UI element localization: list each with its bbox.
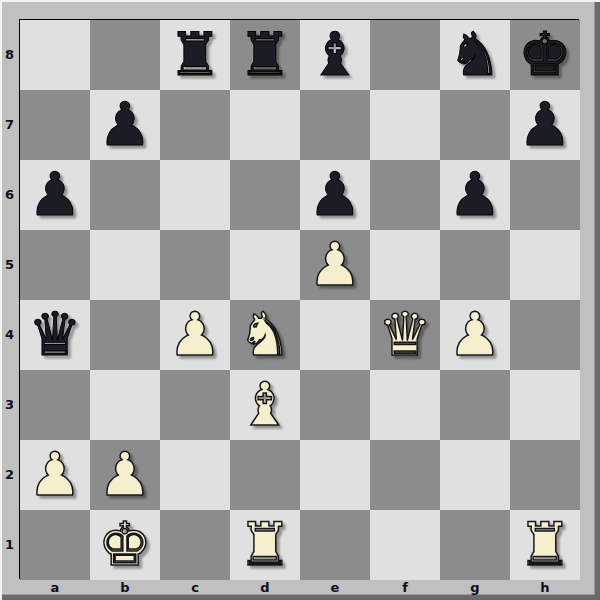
square-f8[interactable] (370, 20, 440, 90)
square-a1[interactable] (20, 510, 90, 580)
file-label-e: e (300, 580, 370, 596)
square-h5[interactable] (510, 230, 580, 300)
square-e6[interactable]: ♟ (300, 160, 370, 230)
file-label-g: g (440, 580, 510, 596)
square-g6[interactable]: ♟ (440, 160, 510, 230)
square-f6[interactable] (370, 160, 440, 230)
square-c1[interactable] (160, 510, 230, 580)
square-d7[interactable] (230, 90, 300, 160)
piece-black-rook-c8[interactable]: ♜ (160, 20, 230, 90)
piece-white-queen-f4[interactable]: ♛ (370, 300, 440, 370)
rank-labels: 87654321 (0, 20, 19, 580)
square-b5[interactable] (90, 230, 160, 300)
file-labels: abcdefgh (20, 580, 580, 596)
square-h1[interactable]: ♜ (510, 510, 580, 580)
square-d4[interactable]: ♞ (230, 300, 300, 370)
square-c4[interactable]: ♟ (160, 300, 230, 370)
square-e3[interactable] (300, 370, 370, 440)
square-h7[interactable]: ♟ (510, 90, 580, 160)
rank-label-7: 7 (0, 90, 19, 160)
file-label-b: b (90, 580, 160, 596)
rank-label-6: 6 (0, 160, 19, 230)
square-b7[interactable]: ♟ (90, 90, 160, 160)
piece-white-rook-d1[interactable]: ♜ (230, 510, 300, 580)
square-f3[interactable] (370, 370, 440, 440)
square-c7[interactable] (160, 90, 230, 160)
square-e8[interactable]: ♝ (300, 20, 370, 90)
square-e1[interactable] (300, 510, 370, 580)
square-f4[interactable]: ♛ (370, 300, 440, 370)
file-label-c: c (160, 580, 230, 596)
square-h2[interactable] (510, 440, 580, 510)
square-b3[interactable] (90, 370, 160, 440)
file-label-h: h (510, 580, 580, 596)
piece-white-pawn-g4[interactable]: ♟ (440, 300, 510, 370)
piece-white-rook-h1[interactable]: ♜ (510, 510, 580, 580)
file-label-f: f (370, 580, 440, 596)
chessboard-frame: 87654321 ♜♜♝♞♚♟♟♟♟♟♟♛♟♞♛♟♝♟♟♚♜♜ abcdefgh (0, 0, 600, 600)
piece-black-rook-d8[interactable]: ♜ (230, 20, 300, 90)
piece-black-queen-a4[interactable]: ♛ (20, 300, 90, 370)
square-f1[interactable] (370, 510, 440, 580)
square-g4[interactable]: ♟ (440, 300, 510, 370)
square-e4[interactable] (300, 300, 370, 370)
square-g5[interactable] (440, 230, 510, 300)
square-c3[interactable] (160, 370, 230, 440)
square-c2[interactable] (160, 440, 230, 510)
rank-label-5: 5 (0, 230, 19, 300)
piece-black-pawn-b7[interactable]: ♟ (90, 90, 160, 160)
square-a7[interactable] (20, 90, 90, 160)
piece-black-pawn-g6[interactable]: ♟ (440, 160, 510, 230)
square-a2[interactable]: ♟ (20, 440, 90, 510)
square-g3[interactable] (440, 370, 510, 440)
file-label-a: a (20, 580, 90, 596)
square-h3[interactable] (510, 370, 580, 440)
square-c5[interactable] (160, 230, 230, 300)
square-h4[interactable] (510, 300, 580, 370)
square-a3[interactable] (20, 370, 90, 440)
square-b1[interactable]: ♚ (90, 510, 160, 580)
square-a4[interactable]: ♛ (20, 300, 90, 370)
square-d2[interactable] (230, 440, 300, 510)
square-c6[interactable] (160, 160, 230, 230)
piece-black-bishop-e8[interactable]: ♝ (300, 20, 370, 90)
square-g7[interactable] (440, 90, 510, 160)
piece-white-bishop-d3[interactable]: ♝ (230, 370, 300, 440)
square-d5[interactable] (230, 230, 300, 300)
square-e7[interactable] (300, 90, 370, 160)
square-a8[interactable] (20, 20, 90, 90)
square-c8[interactable]: ♜ (160, 20, 230, 90)
piece-white-king-b1[interactable]: ♚ (90, 510, 160, 580)
piece-white-pawn-c4[interactable]: ♟ (160, 300, 230, 370)
square-g1[interactable] (440, 510, 510, 580)
square-d3[interactable]: ♝ (230, 370, 300, 440)
square-b2[interactable]: ♟ (90, 440, 160, 510)
square-e5[interactable]: ♟ (300, 230, 370, 300)
square-e2[interactable] (300, 440, 370, 510)
square-d8[interactable]: ♜ (230, 20, 300, 90)
piece-black-king-h8[interactable]: ♚ (510, 20, 580, 90)
piece-black-knight-g8[interactable]: ♞ (440, 20, 510, 90)
rank-label-1: 1 (0, 510, 19, 580)
rank-label-8: 8 (0, 20, 19, 90)
piece-black-pawn-h7[interactable]: ♟ (510, 90, 580, 160)
rank-label-3: 3 (0, 370, 19, 440)
file-label-d: d (230, 580, 300, 596)
piece-white-pawn-a2[interactable]: ♟ (20, 440, 90, 510)
square-h8[interactable]: ♚ (510, 20, 580, 90)
square-a6[interactable]: ♟ (20, 160, 90, 230)
piece-black-pawn-e6[interactable]: ♟ (300, 160, 370, 230)
square-f7[interactable] (370, 90, 440, 160)
square-b4[interactable] (90, 300, 160, 370)
square-h6[interactable] (510, 160, 580, 230)
piece-white-pawn-b2[interactable]: ♟ (90, 440, 160, 510)
square-f2[interactable] (370, 440, 440, 510)
square-g8[interactable]: ♞ (440, 20, 510, 90)
piece-white-knight-d4[interactable]: ♞ (230, 300, 300, 370)
chess-board[interactable]: ♜♜♝♞♚♟♟♟♟♟♟♛♟♞♛♟♝♟♟♚♜♜ (19, 19, 579, 579)
square-d1[interactable]: ♜ (230, 510, 300, 580)
square-a5[interactable] (20, 230, 90, 300)
square-b8[interactable] (90, 20, 160, 90)
rank-label-4: 4 (0, 300, 19, 370)
square-g2[interactable] (440, 440, 510, 510)
square-b6[interactable] (90, 160, 160, 230)
piece-black-pawn-a6[interactable]: ♟ (20, 160, 90, 230)
square-f5[interactable] (370, 230, 440, 300)
square-d6[interactable] (230, 160, 300, 230)
rank-label-2: 2 (0, 440, 19, 510)
piece-white-pawn-e5[interactable]: ♟ (300, 230, 370, 300)
